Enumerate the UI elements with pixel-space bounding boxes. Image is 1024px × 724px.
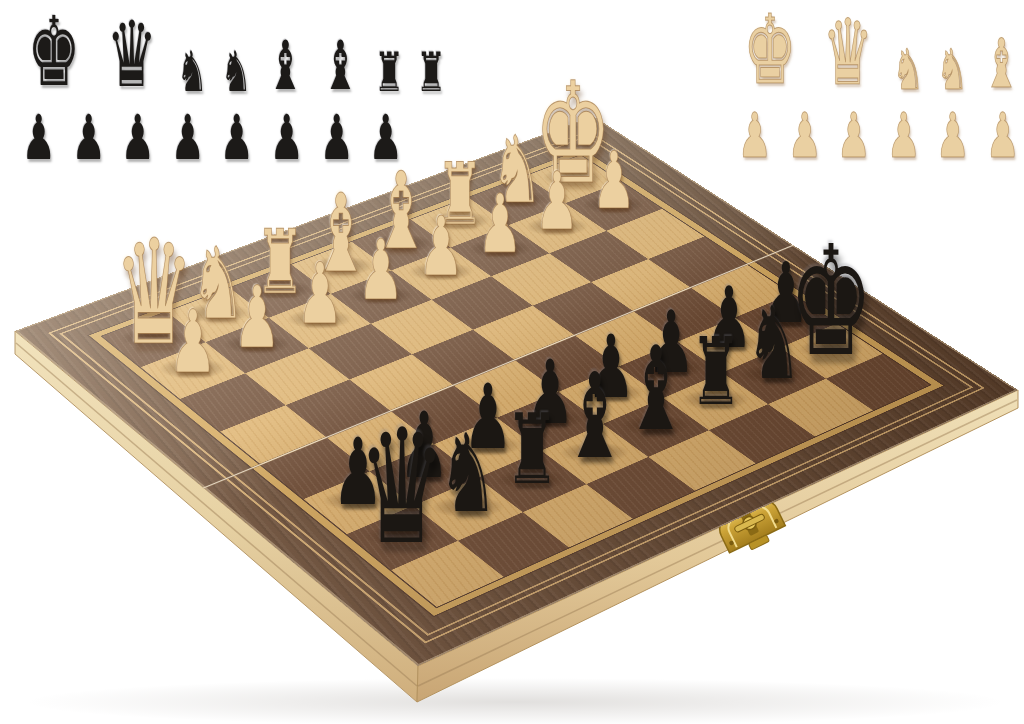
rook-glyph: ♜ xyxy=(374,46,404,100)
pawn-glyph: ♟ xyxy=(220,107,254,169)
inset-black-queen: ♛ xyxy=(91,9,173,100)
inset-black-pawn: ♟ xyxy=(61,107,117,169)
pawn-glyph: ♟ xyxy=(170,107,204,169)
knight-glyph: ♞ xyxy=(936,42,967,98)
black-piece-set-inset: ♚♛♞♞♝♝♜♜ ♟♟♟♟♟♟♟♟ xyxy=(14,4,453,169)
queen-glyph: ♛ xyxy=(823,7,874,98)
pawn-glyph: ♟ xyxy=(986,105,1020,167)
inset-black-bishop: ♝ xyxy=(255,32,316,100)
pawn-glyph: ♟ xyxy=(121,107,155,169)
inset-wood-pawn: ♟ xyxy=(727,105,783,167)
knight-glyph: ♞ xyxy=(220,44,251,100)
inset-black-pawn: ♟ xyxy=(259,107,315,169)
pawn-glyph: ♟ xyxy=(738,105,772,167)
bishop-glyph: ♝ xyxy=(322,32,360,100)
inset-black-pawn: ♟ xyxy=(11,107,67,169)
pawn-glyph: ♟ xyxy=(936,105,970,167)
pawn-glyph: ♟ xyxy=(787,105,821,167)
pawn-glyph: ♟ xyxy=(270,107,304,169)
knight-glyph: ♞ xyxy=(892,42,923,98)
inset-wood-pawn: ♟ xyxy=(777,105,833,167)
inset-wood-pawn: ♟ xyxy=(975,105,1024,167)
queen-glyph: ♛ xyxy=(107,9,158,100)
ground-shadow xyxy=(25,678,1005,724)
pawn-glyph: ♟ xyxy=(886,105,920,167)
inset-black-king: ♚ xyxy=(11,4,97,100)
inset-wood-knight: ♞ xyxy=(927,42,977,98)
pawn-glyph: ♟ xyxy=(22,107,56,169)
bishop-glyph: ♝ xyxy=(983,30,1021,98)
wood-set-major-pieces-row: ♚♛♞♞♝♝♜♜ xyxy=(730,2,1024,98)
inset-black-pawn: ♟ xyxy=(110,107,166,169)
inset-black-pawn: ♟ xyxy=(309,107,365,169)
pawn-glyph: ♟ xyxy=(369,107,403,169)
pawn-glyph: ♟ xyxy=(837,105,871,167)
inset-wood-pawn: ♟ xyxy=(826,105,882,167)
inset-wood-king: ♚ xyxy=(727,2,813,98)
inset-black-pawn: ♟ xyxy=(160,107,216,169)
product-photo: ♚♞♟♜♟♝♟♝♟♜♟♞♟♟♛♟♟♚♟♟♞♟♜♟♝♟♝♟♜♟♞♛ ♚♛♞♞♝♝♜… xyxy=(0,0,1024,724)
inset-black-pawn: ♟ xyxy=(358,107,414,169)
rook-glyph: ♜ xyxy=(417,46,447,100)
inset-black-knight: ♞ xyxy=(167,44,217,100)
inset-black-rook: ♜ xyxy=(365,46,413,100)
pawn-glyph: ♟ xyxy=(319,107,353,169)
inset-wood-pawn: ♟ xyxy=(925,105,981,167)
inset-black-pawn: ♟ xyxy=(209,107,265,169)
king-glyph: ♚ xyxy=(27,4,80,100)
inset-black-rook: ♜ xyxy=(407,46,455,100)
inset-wood-queen: ♛ xyxy=(807,7,889,98)
inset-black-bishop: ♝ xyxy=(310,32,371,100)
black-set-major-pieces-row: ♚♛♞♞♝♝♜♜ xyxy=(14,4,453,100)
inset-black-knight: ♞ xyxy=(211,44,261,100)
inset-wood-pawn: ♟ xyxy=(876,105,932,167)
bishop-glyph: ♝ xyxy=(267,32,305,100)
black-set-pawns-row: ♟♟♟♟♟♟♟♟ xyxy=(14,107,453,169)
wood-set-pawns-row: ♟♟♟♟♟♟♟♟ xyxy=(730,105,1024,167)
knight-glyph: ♞ xyxy=(176,44,207,100)
king-glyph: ♚ xyxy=(743,2,796,98)
inset-wood-bishop: ♝ xyxy=(971,30,1024,98)
wood-piece-set-inset: ♚♛♞♞♝♝♜♜ ♟♟♟♟♟♟♟♟ xyxy=(730,2,1024,167)
pawn-glyph: ♟ xyxy=(71,107,105,169)
inset-wood-knight: ♞ xyxy=(883,42,933,98)
